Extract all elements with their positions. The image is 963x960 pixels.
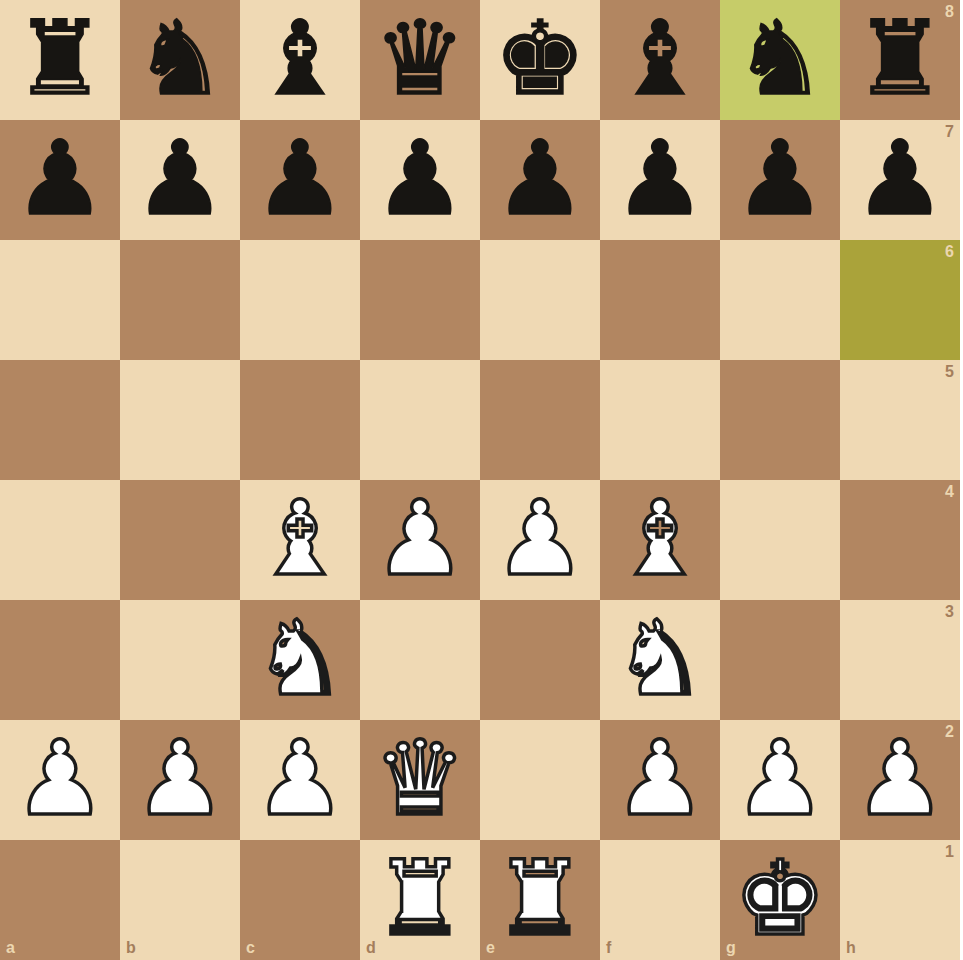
piece-black-pawn[interactable]: ♟ [614, 127, 706, 230]
coord-rank-2: 2 [945, 724, 954, 740]
square-g1[interactable]: ♚g [720, 840, 840, 960]
square-a8[interactable]: ♜ [0, 0, 120, 120]
coord-rank-4: 4 [945, 484, 954, 500]
square-c5[interactable] [240, 360, 360, 480]
square-g3[interactable] [720, 600, 840, 720]
square-a6[interactable] [0, 240, 120, 360]
square-e5[interactable] [480, 360, 600, 480]
piece-white-pawn[interactable]: ♟ [614, 727, 706, 830]
coord-rank-1: 1 [945, 844, 954, 860]
square-a5[interactable] [0, 360, 120, 480]
coord-file-g: g [726, 940, 736, 956]
square-h7[interactable]: ♟7 [840, 120, 960, 240]
square-e7[interactable]: ♟ [480, 120, 600, 240]
square-a2[interactable]: ♟ [0, 720, 120, 840]
square-g8[interactable]: ♞ [720, 0, 840, 120]
square-g7[interactable]: ♟ [720, 120, 840, 240]
coord-rank-6: 6 [945, 244, 954, 260]
square-d3[interactable] [360, 600, 480, 720]
square-a1[interactable]: a [0, 840, 120, 960]
square-d5[interactable] [360, 360, 480, 480]
square-h3[interactable]: 3 [840, 600, 960, 720]
piece-white-pawn[interactable]: ♟ [14, 727, 106, 830]
square-b1[interactable]: b [120, 840, 240, 960]
square-c6[interactable] [240, 240, 360, 360]
coord-file-e: e [486, 940, 495, 956]
piece-white-bishop[interactable]: ♝ [254, 487, 346, 590]
square-b6[interactable] [120, 240, 240, 360]
piece-black-pawn[interactable]: ♟ [734, 127, 826, 230]
piece-white-knight[interactable]: ♞ [614, 607, 706, 710]
piece-black-queen[interactable]: ♛ [374, 7, 466, 110]
piece-black-pawn[interactable]: ♟ [374, 127, 466, 230]
square-d6[interactable] [360, 240, 480, 360]
square-e8[interactable]: ♚ [480, 0, 600, 120]
square-b5[interactable] [120, 360, 240, 480]
piece-white-pawn[interactable]: ♟ [134, 727, 226, 830]
square-b3[interactable] [120, 600, 240, 720]
chess-board: ♜♞♝♛♚♝♞♜8♟♟♟♟♟♟♟♟765♝♟♟♝4♞♞3♟♟♟♛♟♟♟2abc♜… [0, 0, 960, 960]
square-h1[interactable]: 1h [840, 840, 960, 960]
square-d4[interactable]: ♟ [360, 480, 480, 600]
square-h5[interactable]: 5 [840, 360, 960, 480]
piece-white-bishop[interactable]: ♝ [614, 487, 706, 590]
square-e1[interactable]: ♜e [480, 840, 600, 960]
piece-white-rook[interactable]: ♜ [374, 847, 466, 950]
square-g6[interactable] [720, 240, 840, 360]
piece-black-pawn[interactable]: ♟ [494, 127, 586, 230]
square-g5[interactable] [720, 360, 840, 480]
square-e3[interactable] [480, 600, 600, 720]
square-f6[interactable] [600, 240, 720, 360]
square-a7[interactable]: ♟ [0, 120, 120, 240]
piece-black-knight[interactable]: ♞ [134, 7, 226, 110]
piece-black-rook[interactable]: ♜ [14, 7, 106, 110]
piece-black-pawn[interactable]: ♟ [254, 127, 346, 230]
coord-file-h: h [846, 940, 856, 956]
square-c8[interactable]: ♝ [240, 0, 360, 120]
coord-rank-8: 8 [945, 4, 954, 20]
piece-black-king[interactable]: ♚ [494, 7, 586, 110]
piece-white-pawn[interactable]: ♟ [734, 727, 826, 830]
coord-file-a: a [6, 940, 15, 956]
square-c3[interactable]: ♞ [240, 600, 360, 720]
square-g2[interactable]: ♟ [720, 720, 840, 840]
piece-white-queen[interactable]: ♛ [374, 727, 466, 830]
square-d8[interactable]: ♛ [360, 0, 480, 120]
square-a3[interactable] [0, 600, 120, 720]
square-h8[interactable]: ♜8 [840, 0, 960, 120]
piece-white-knight[interactable]: ♞ [254, 607, 346, 710]
square-g4[interactable] [720, 480, 840, 600]
square-h6[interactable]: 6 [840, 240, 960, 360]
piece-black-bishop[interactable]: ♝ [614, 7, 706, 110]
coord-file-c: c [246, 940, 255, 956]
piece-black-knight[interactable]: ♞ [734, 7, 826, 110]
square-c4[interactable]: ♝ [240, 480, 360, 600]
square-b8[interactable]: ♞ [120, 0, 240, 120]
coord-file-f: f [606, 940, 611, 956]
piece-white-pawn[interactable]: ♟ [854, 727, 946, 830]
square-c7[interactable]: ♟ [240, 120, 360, 240]
coord-rank-7: 7 [945, 124, 954, 140]
square-c2[interactable]: ♟ [240, 720, 360, 840]
square-f7[interactable]: ♟ [600, 120, 720, 240]
square-c1[interactable]: c [240, 840, 360, 960]
square-f5[interactable] [600, 360, 720, 480]
square-f1[interactable]: f [600, 840, 720, 960]
piece-black-pawn[interactable]: ♟ [854, 127, 946, 230]
coord-file-d: d [366, 940, 376, 956]
piece-black-rook[interactable]: ♜ [854, 7, 946, 110]
square-d2[interactable]: ♛ [360, 720, 480, 840]
piece-white-pawn[interactable]: ♟ [254, 727, 346, 830]
piece-white-pawn[interactable]: ♟ [494, 487, 586, 590]
page: ♜♞♝♛♚♝♞♜8♟♟♟♟♟♟♟♟765♝♟♟♝4♞♞3♟♟♟♛♟♟♟2abc♜… [0, 0, 963, 960]
square-b7[interactable]: ♟ [120, 120, 240, 240]
square-h2[interactable]: ♟2 [840, 720, 960, 840]
piece-black-bishop[interactable]: ♝ [254, 7, 346, 110]
square-f3[interactable]: ♞ [600, 600, 720, 720]
piece-white-king[interactable]: ♚ [734, 847, 826, 950]
square-h4[interactable]: 4 [840, 480, 960, 600]
square-f4[interactable]: ♝ [600, 480, 720, 600]
square-a4[interactable] [0, 480, 120, 600]
square-d1[interactable]: ♜d [360, 840, 480, 960]
square-b2[interactable]: ♟ [120, 720, 240, 840]
square-f8[interactable]: ♝ [600, 0, 720, 120]
square-e2[interactable] [480, 720, 600, 840]
coord-file-b: b [126, 940, 136, 956]
square-e6[interactable] [480, 240, 600, 360]
square-b4[interactable] [120, 480, 240, 600]
coord-rank-3: 3 [945, 604, 954, 620]
coord-rank-5: 5 [945, 364, 954, 380]
piece-black-pawn[interactable]: ♟ [134, 127, 226, 230]
square-f2[interactable]: ♟ [600, 720, 720, 840]
piece-black-pawn[interactable]: ♟ [14, 127, 106, 230]
square-e4[interactable]: ♟ [480, 480, 600, 600]
piece-white-pawn[interactable]: ♟ [374, 487, 466, 590]
piece-white-rook[interactable]: ♜ [494, 847, 586, 950]
square-d7[interactable]: ♟ [360, 120, 480, 240]
